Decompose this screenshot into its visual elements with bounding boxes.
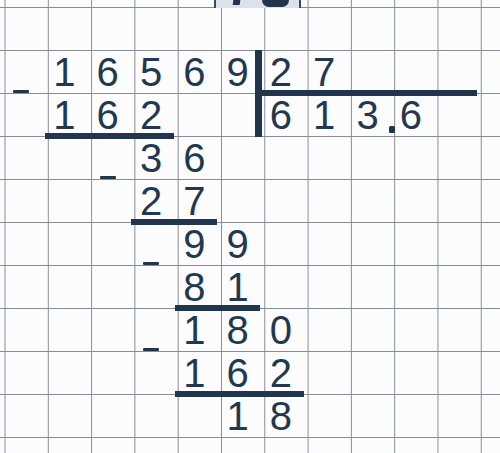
grid-digit: 3 [346, 93, 389, 136]
grid-digit: 7 [303, 50, 346, 93]
division-bracket-horizontal [255, 90, 477, 96]
division-worksheet-grid: 165692716261363627998118016218 [0, 0, 500, 453]
grid-digit: 6 [173, 50, 216, 93]
grid-digit: 2 [259, 50, 302, 93]
decimal-point [389, 126, 396, 133]
grid-digit: 2 [129, 179, 172, 222]
grid-digit: 9 [216, 222, 259, 265]
grid-digit: 1 [216, 394, 259, 437]
clipped-glyph-mark [232, 0, 240, 5]
grid-digit: 6 [173, 136, 216, 179]
subtraction-underline [45, 133, 174, 139]
minus-sign [143, 262, 159, 265]
minus-sign [143, 348, 159, 351]
subtraction-underline [175, 305, 261, 311]
grid-digit: 2 [129, 93, 172, 136]
grid-digit: 7 [173, 179, 216, 222]
grid-digit: 9 [216, 50, 259, 93]
grid-digit: 1 [173, 351, 216, 394]
grid-digit: 0 [259, 308, 302, 351]
grid-digit: 2 [259, 351, 302, 394]
subtraction-underline [131, 219, 217, 225]
clipped-glyph-mark [262, 0, 289, 7]
grid-digit: 6 [389, 93, 432, 136]
grid-digit: 6 [259, 93, 302, 136]
grid-digit: 8 [216, 308, 259, 351]
minus-sign [13, 90, 29, 93]
grid-digit: 1 [303, 93, 346, 136]
grid-digit: 8 [259, 394, 302, 437]
grid-digit: 1 [43, 93, 86, 136]
grid-digit: 8 [173, 265, 216, 308]
minus-sign [100, 176, 116, 179]
grid-digit: 6 [86, 50, 129, 93]
grid-digit: 6 [216, 351, 259, 394]
grid-digit: 1 [43, 50, 86, 93]
subtraction-underline [175, 391, 304, 397]
grid-digit: 1 [216, 265, 259, 308]
grid-digit: 9 [173, 222, 216, 265]
grid-digit: 3 [129, 136, 172, 179]
grid-digit: 5 [129, 50, 172, 93]
grid-digit: 6 [86, 93, 129, 136]
grid-digit: 1 [173, 308, 216, 351]
